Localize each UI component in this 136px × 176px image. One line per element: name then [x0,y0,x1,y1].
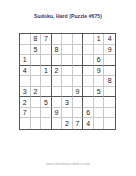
page-title: Sudoku, Hard (Puzzle #675) [0,13,136,19]
cell-r9c5[interactable]: 2 [62,118,73,129]
cell-r5c7[interactable] [83,76,94,87]
cell-r3c2[interactable] [31,55,42,66]
cell-r1c9[interactable]: 4 [104,34,115,45]
cell-r5c5[interactable] [62,76,73,87]
cell-r2c6[interactable] [73,45,84,56]
cell-r1c4[interactable] [52,34,63,45]
cell-r6c9[interactable] [104,87,115,98]
cell-r6c8[interactable]: 5 [94,87,105,98]
cell-r3c3[interactable] [41,55,52,66]
cell-r9c9[interactable] [104,118,115,129]
cell-r4c1[interactable]: 4 [20,66,31,77]
cell-r6c4[interactable] [52,87,63,98]
cell-r6c1[interactable]: 3 [20,87,31,98]
cell-r8c3[interactable] [41,108,52,119]
cell-r5c9[interactable]: 8 [104,76,115,87]
cell-r9c8[interactable] [94,118,105,129]
cell-r7c7[interactable] [83,97,94,108]
cell-r3c5[interactable] [62,55,73,66]
cell-r7c9[interactable] [104,97,115,108]
cell-r4c7[interactable] [83,66,94,77]
cell-r9c3[interactable] [41,118,52,129]
cell-r7c4[interactable] [52,97,63,108]
cell-r2c3[interactable] [41,45,52,56]
cell-r1c8[interactable]: 1 [94,34,105,45]
cell-r8c1[interactable]: 7 [20,108,31,119]
cell-r8c6[interactable] [73,108,84,119]
cell-r4c9[interactable] [104,66,115,77]
cell-r8c7[interactable]: 6 [83,108,94,119]
cell-r7c1[interactable]: 2 [20,97,31,108]
cell-r3c9[interactable] [104,55,115,66]
cell-r8c5[interactable] [62,108,73,119]
cell-r4c4[interactable]: 2 [52,66,63,77]
cell-r4c8[interactable]: 9 [94,66,105,77]
cell-r4c2[interactable] [31,66,42,77]
cell-r1c7[interactable] [83,34,94,45]
cell-r2c2[interactable]: 5 [31,45,42,56]
cell-r7c8[interactable] [94,97,105,108]
cell-r6c6[interactable]: 9 [73,87,84,98]
cell-r1c1[interactable] [20,34,31,45]
cell-r9c7[interactable]: 4 [83,118,94,129]
sudoku-board: 871458916412983295253796274 [19,33,116,130]
cell-r1c2[interactable]: 8 [31,34,42,45]
cell-r6c7[interactable] [83,87,94,98]
cell-r3c6[interactable] [73,55,84,66]
cell-r1c6[interactable] [73,34,84,45]
cell-r7c5[interactable]: 3 [62,97,73,108]
cell-r3c7[interactable] [83,55,94,66]
cell-r2c1[interactable] [20,45,31,56]
cell-r7c6[interactable] [73,97,84,108]
cell-r2c9[interactable]: 9 [104,45,115,56]
cell-r6c2[interactable]: 2 [31,87,42,98]
cell-r3c1[interactable]: 1 [20,55,31,66]
cell-r6c5[interactable] [62,87,73,98]
cell-r6c3[interactable] [41,87,52,98]
cell-r8c2[interactable] [31,108,42,119]
cell-r5c8[interactable] [94,76,105,87]
cell-r7c2[interactable] [31,97,42,108]
cell-r2c5[interactable] [62,45,73,56]
cell-r3c4[interactable] [52,55,63,66]
cell-r4c5[interactable] [62,66,73,77]
cell-r2c8[interactable] [94,45,105,56]
cell-r3c8[interactable]: 6 [94,55,105,66]
cell-r4c3[interactable]: 1 [41,66,52,77]
cell-r1c5[interactable] [62,34,73,45]
cell-r9c1[interactable] [20,118,31,129]
cell-r5c6[interactable] [73,76,84,87]
cell-r9c4[interactable] [52,118,63,129]
cell-r4c6[interactable] [73,66,84,77]
cell-r9c6[interactable]: 7 [73,118,84,129]
cell-r1c3[interactable]: 7 [41,34,52,45]
cell-r5c3[interactable] [41,76,52,87]
cell-r8c8[interactable] [94,108,105,119]
cell-r5c1[interactable] [20,76,31,87]
cell-r5c2[interactable] [31,76,42,87]
cell-r7c3[interactable]: 5 [41,97,52,108]
cell-r8c4[interactable]: 9 [52,108,63,119]
cell-r5c4[interactable] [52,76,63,87]
footer-url: www.printmysudoku.com [0,161,136,166]
cell-r9c2[interactable] [31,118,42,129]
cell-r2c7[interactable] [83,45,94,56]
cell-r2c4[interactable]: 8 [52,45,63,56]
cell-r8c9[interactable] [104,108,115,119]
